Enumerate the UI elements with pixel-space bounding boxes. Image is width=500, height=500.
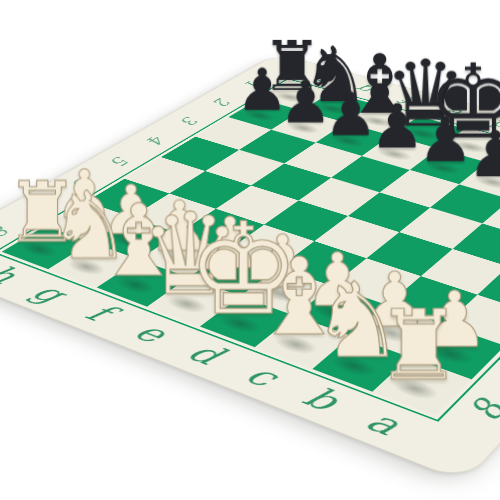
board-square[interactable] xyxy=(161,137,239,171)
board-square[interactable] xyxy=(299,178,380,216)
chess-mat: ♜♞♝♛♚♝♞♜♟♟♟♟♟♟♟♟♟♟♟♟♟♟♟♟♜♞♝♛♚♝♞♜ hgfedcb… xyxy=(0,54,500,483)
rank-label: 4 xyxy=(141,134,172,146)
black-pawn[interactable]: ♟ xyxy=(370,97,425,158)
rank-label: 3 xyxy=(175,115,205,126)
white-rook[interactable]: ♜ xyxy=(375,298,462,395)
rank-label: 2 xyxy=(208,96,237,107)
rank-label: 7 xyxy=(493,360,500,389)
product-photo-stage: ♜♞♝♛♚♝♞♜♟♟♟♟♟♟♟♟♟♟♟♟♟♟♟♟♜♞♝♛♚♝♞♜ hgfedcb… xyxy=(0,0,500,500)
board-square[interactable] xyxy=(453,223,500,266)
rank-label: 8 xyxy=(458,394,500,425)
black-pawn[interactable]: ♟ xyxy=(418,110,474,172)
black-pawn[interactable]: ♟ xyxy=(467,123,500,186)
